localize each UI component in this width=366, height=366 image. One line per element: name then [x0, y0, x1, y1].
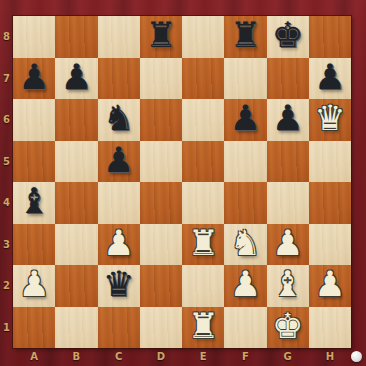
square-g8[interactable]: ♚	[267, 16, 309, 58]
chess-board-frame: ♜♜♚♟♟♟♞♟♟♛♟♝♟♜♞♟♟♛♟♝♟♜♚ 87654321 ABCDEFG…	[0, 0, 366, 366]
black-knight[interactable]: ♞	[103, 101, 134, 136]
rank-label-8: 8	[0, 16, 13, 58]
rank-label-7: 7	[0, 58, 13, 100]
rank-labels: 87654321	[0, 16, 13, 348]
square-b7[interactable]: ♟	[55, 58, 97, 100]
file-label-f: F	[224, 348, 266, 364]
white-pawn[interactable]: ♟	[314, 267, 345, 302]
square-c6[interactable]: ♞	[98, 99, 140, 141]
white-king[interactable]: ♚	[272, 309, 303, 344]
square-b6[interactable]	[55, 99, 97, 141]
square-f2[interactable]: ♟	[224, 265, 266, 307]
square-h4[interactable]	[309, 182, 351, 224]
rank-label-6: 6	[0, 99, 13, 141]
black-pawn[interactable]: ♟	[18, 60, 49, 95]
square-c8[interactable]	[98, 16, 140, 58]
file-labels: ABCDEFGH	[13, 348, 351, 364]
square-d4[interactable]	[140, 182, 182, 224]
square-b3[interactable]	[55, 224, 97, 266]
black-bishop[interactable]: ♝	[18, 184, 49, 219]
file-label-c: C	[98, 348, 140, 364]
square-e3[interactable]: ♜	[182, 224, 224, 266]
square-g1[interactable]: ♚	[267, 307, 309, 349]
square-f8[interactable]: ♜	[224, 16, 266, 58]
square-f6[interactable]: ♟	[224, 99, 266, 141]
square-h3[interactable]	[309, 224, 351, 266]
square-d1[interactable]	[140, 307, 182, 349]
rank-label-2: 2	[0, 265, 13, 307]
square-a6[interactable]	[13, 99, 55, 141]
square-g2[interactable]: ♝	[267, 265, 309, 307]
square-c2[interactable]: ♛	[98, 265, 140, 307]
white-rook[interactable]: ♜	[187, 226, 218, 261]
square-c7[interactable]	[98, 58, 140, 100]
square-a2[interactable]: ♟	[13, 265, 55, 307]
square-e7[interactable]	[182, 58, 224, 100]
square-g7[interactable]	[267, 58, 309, 100]
square-h1[interactable]	[309, 307, 351, 349]
chess-board: ♜♜♚♟♟♟♞♟♟♛♟♝♟♜♞♟♟♛♟♝♟♜♚	[13, 16, 351, 348]
file-label-d: D	[140, 348, 182, 364]
square-g4[interactable]	[267, 182, 309, 224]
black-king[interactable]: ♚	[272, 18, 303, 53]
white-pawn[interactable]: ♟	[272, 226, 303, 261]
black-pawn[interactable]: ♟	[314, 60, 345, 95]
square-a1[interactable]	[13, 307, 55, 349]
rank-label-4: 4	[0, 182, 13, 224]
square-g6[interactable]: ♟	[267, 99, 309, 141]
square-f4[interactable]	[224, 182, 266, 224]
black-rook[interactable]: ♜	[230, 18, 261, 53]
white-pawn[interactable]: ♟	[103, 226, 134, 261]
white-to-move-indicator	[351, 351, 362, 362]
file-label-b: B	[55, 348, 97, 364]
square-e5[interactable]	[182, 141, 224, 183]
square-b5[interactable]	[55, 141, 97, 183]
square-a7[interactable]: ♟	[13, 58, 55, 100]
black-queen[interactable]: ♛	[103, 267, 134, 302]
square-e8[interactable]	[182, 16, 224, 58]
square-f3[interactable]: ♞	[224, 224, 266, 266]
square-a3[interactable]	[13, 224, 55, 266]
square-h7[interactable]: ♟	[309, 58, 351, 100]
square-a4[interactable]: ♝	[13, 182, 55, 224]
square-d7[interactable]	[140, 58, 182, 100]
square-b2[interactable]	[55, 265, 97, 307]
square-b8[interactable]	[55, 16, 97, 58]
black-pawn[interactable]: ♟	[230, 101, 261, 136]
white-pawn[interactable]: ♟	[230, 267, 261, 302]
file-label-g: G	[267, 348, 309, 364]
square-c5[interactable]: ♟	[98, 141, 140, 183]
square-a5[interactable]	[13, 141, 55, 183]
square-h6[interactable]: ♛	[309, 99, 351, 141]
square-f7[interactable]	[224, 58, 266, 100]
square-h8[interactable]	[309, 16, 351, 58]
white-queen[interactable]: ♛	[314, 101, 345, 136]
square-d6[interactable]	[140, 99, 182, 141]
white-rook[interactable]: ♜	[187, 309, 218, 344]
square-b1[interactable]	[55, 307, 97, 349]
square-b4[interactable]	[55, 182, 97, 224]
rank-label-1: 1	[0, 307, 13, 349]
white-pawn[interactable]: ♟	[18, 267, 49, 302]
square-d8[interactable]: ♜	[140, 16, 182, 58]
rank-label-5: 5	[0, 141, 13, 183]
square-g5[interactable]	[267, 141, 309, 183]
black-rook[interactable]: ♜	[145, 18, 176, 53]
rank-label-3: 3	[0, 224, 13, 266]
square-h5[interactable]	[309, 141, 351, 183]
square-a8[interactable]	[13, 16, 55, 58]
square-e2[interactable]	[182, 265, 224, 307]
black-pawn[interactable]: ♟	[103, 143, 134, 178]
square-e1[interactable]: ♜	[182, 307, 224, 349]
white-knight[interactable]: ♞	[230, 226, 261, 261]
square-e4[interactable]	[182, 182, 224, 224]
square-f1[interactable]	[224, 307, 266, 349]
file-label-h: H	[309, 348, 351, 364]
square-c1[interactable]	[98, 307, 140, 349]
square-f5[interactable]	[224, 141, 266, 183]
square-g3[interactable]: ♟	[267, 224, 309, 266]
square-d2[interactable]	[140, 265, 182, 307]
black-pawn[interactable]: ♟	[61, 60, 92, 95]
black-pawn[interactable]: ♟	[272, 101, 303, 136]
square-d5[interactable]	[140, 141, 182, 183]
square-d3[interactable]	[140, 224, 182, 266]
square-c4[interactable]	[98, 182, 140, 224]
square-h2[interactable]: ♟	[309, 265, 351, 307]
square-e6[interactable]	[182, 99, 224, 141]
square-c3[interactable]: ♟	[98, 224, 140, 266]
file-label-a: A	[13, 348, 55, 364]
white-bishop[interactable]: ♝	[272, 267, 303, 302]
file-label-e: E	[182, 348, 224, 364]
